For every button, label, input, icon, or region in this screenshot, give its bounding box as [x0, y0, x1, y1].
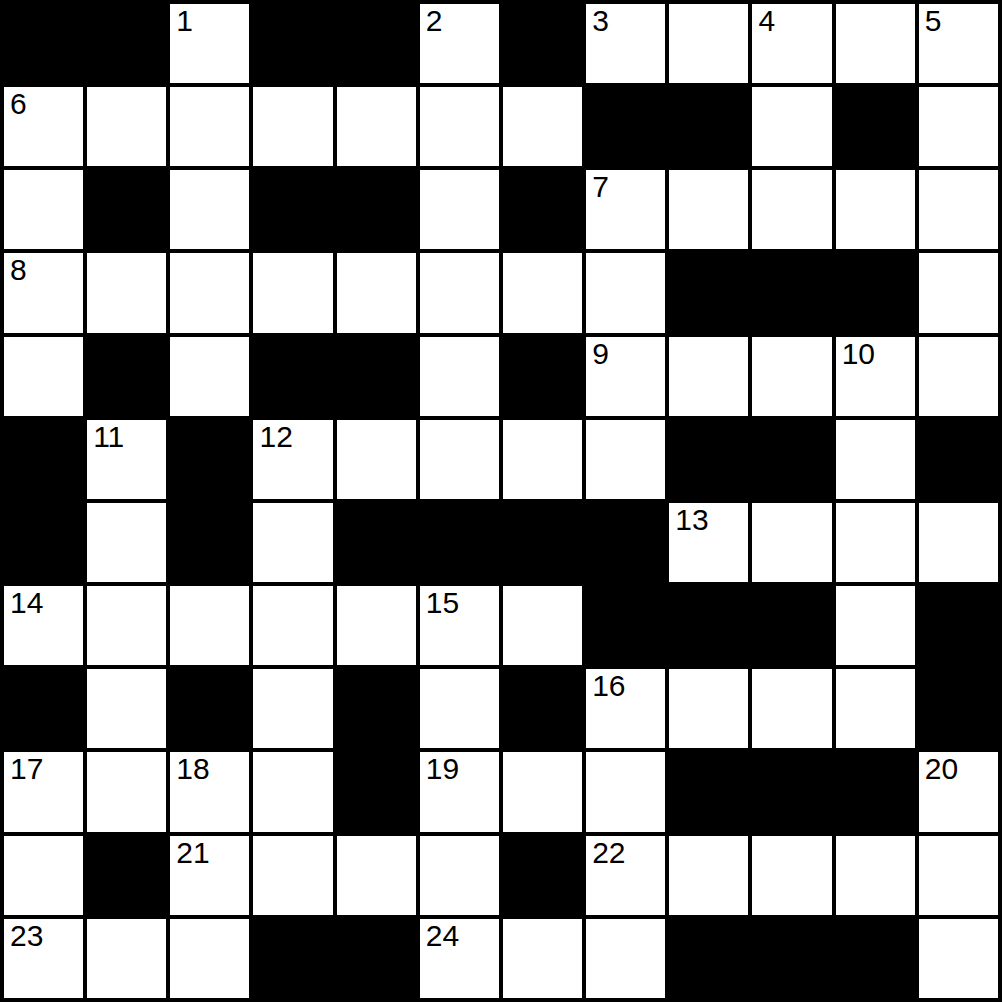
block-cell-r9c4: [337, 752, 416, 831]
block-cell-r0c4: [337, 4, 416, 83]
letter-cell-r10c0[interactable]: [4, 836, 83, 915]
letter-cell-r9c7[interactable]: [586, 752, 665, 831]
clue-number: 18: [176, 753, 209, 785]
clue-number: 20: [925, 753, 958, 785]
letter-cell-r6c9[interactable]: [752, 503, 831, 582]
letter-cell-r3c5[interactable]: [420, 253, 499, 332]
block-cell-r3c8: [669, 253, 748, 332]
letter-cell-r8c9[interactable]: [752, 669, 831, 748]
letter-cell-r9c3[interactable]: [253, 752, 332, 831]
letter-cell-r0c9[interactable]: 4: [752, 4, 831, 83]
letter-cell-r7c5[interactable]: 15: [420, 586, 499, 665]
block-cell-r8c2: [170, 669, 249, 748]
letter-cell-r11c2[interactable]: [170, 919, 249, 998]
letter-cell-r9c0[interactable]: 17: [4, 752, 83, 831]
block-cell-r0c6: [503, 4, 582, 83]
letter-cell-r6c11[interactable]: [919, 503, 998, 582]
letter-cell-r2c11[interactable]: [919, 170, 998, 249]
letter-cell-r11c6[interactable]: [503, 919, 582, 998]
letter-cell-r4c9[interactable]: [752, 337, 831, 416]
letter-cell-r10c11[interactable]: [919, 836, 998, 915]
letter-cell-r5c3[interactable]: 12: [253, 420, 332, 499]
clue-number: 11: [93, 421, 124, 453]
letter-cell-r1c0[interactable]: 6: [4, 87, 83, 166]
clue-number: 7: [592, 171, 609, 203]
letter-cell-r8c5[interactable]: [420, 669, 499, 748]
block-cell-r5c2: [170, 420, 249, 499]
letter-cell-r5c7[interactable]: [586, 420, 665, 499]
letter-cell-r11c5[interactable]: 24: [420, 919, 499, 998]
block-cell-r0c3: [253, 4, 332, 83]
letter-cell-r10c7[interactable]: 22: [586, 836, 665, 915]
letter-cell-r7c2[interactable]: [170, 586, 249, 665]
block-cell-r4c6: [503, 337, 582, 416]
clue-number: 24: [426, 920, 459, 952]
letter-cell-r9c5[interactable]: 19: [420, 752, 499, 831]
clue-number: 17: [10, 753, 43, 785]
block-cell-r1c7: [586, 87, 665, 166]
block-cell-r7c11: [919, 586, 998, 665]
block-cell-r5c9: [752, 420, 831, 499]
letter-cell-r3c1[interactable]: [87, 253, 166, 332]
block-cell-r1c10: [836, 87, 915, 166]
letter-cell-r0c7[interactable]: 3: [586, 4, 665, 83]
letter-cell-r4c5[interactable]: [420, 337, 499, 416]
letter-cell-r9c6[interactable]: [503, 752, 582, 831]
clue-number: 4: [758, 5, 775, 37]
clue-number: 21: [176, 837, 209, 869]
letter-cell-r8c8[interactable]: [669, 669, 748, 748]
letter-cell-r7c6[interactable]: [503, 586, 582, 665]
letter-cell-r9c1[interactable]: [87, 752, 166, 831]
block-cell-r2c6: [503, 170, 582, 249]
letter-cell-r3c7[interactable]: [586, 253, 665, 332]
letter-cell-r8c1[interactable]: [87, 669, 166, 748]
block-cell-r11c8: [669, 919, 748, 998]
block-cell-r9c10: [836, 752, 915, 831]
letter-cell-r4c8[interactable]: [669, 337, 748, 416]
letter-cell-r2c2[interactable]: [170, 170, 249, 249]
block-cell-r4c1: [87, 337, 166, 416]
letter-cell-r3c3[interactable]: [253, 253, 332, 332]
letter-cell-r8c3[interactable]: [253, 669, 332, 748]
letter-cell-r8c10[interactable]: [836, 669, 915, 748]
block-cell-r2c4: [337, 170, 416, 249]
block-cell-r6c7: [586, 503, 665, 582]
letter-cell-r10c8[interactable]: [669, 836, 748, 915]
letter-cell-r2c8[interactable]: [669, 170, 748, 249]
letter-cell-r1c6[interactable]: [503, 87, 582, 166]
clue-number: 2: [426, 5, 443, 37]
letter-cell-r6c3[interactable]: [253, 503, 332, 582]
block-cell-r5c0: [4, 420, 83, 499]
letter-cell-r4c10[interactable]: 10: [836, 337, 915, 416]
letter-cell-r6c1[interactable]: [87, 503, 166, 582]
clue-number: 12: [259, 421, 292, 453]
clue-number: 5: [925, 5, 942, 37]
block-cell-r0c0: [4, 4, 83, 83]
block-cell-r11c10: [836, 919, 915, 998]
block-cell-r6c0: [4, 503, 83, 582]
block-cell-r3c10: [836, 253, 915, 332]
clue-number: 19: [426, 753, 459, 785]
crossword-board: 123456789101112131415161718192021222324: [0, 0, 1002, 1002]
block-cell-r3c9: [752, 253, 831, 332]
letter-cell-r7c10[interactable]: [836, 586, 915, 665]
block-cell-r6c2: [170, 503, 249, 582]
letter-cell-r7c0[interactable]: 14: [4, 586, 83, 665]
clue-number: 13: [675, 504, 708, 536]
block-cell-r2c3: [253, 170, 332, 249]
letter-cell-r5c4[interactable]: [337, 420, 416, 499]
letter-cell-r7c4[interactable]: [337, 586, 416, 665]
clue-number: 1: [176, 5, 193, 37]
letter-cell-r0c5[interactable]: 2: [420, 4, 499, 83]
clue-number: 16: [592, 670, 625, 702]
letter-cell-r10c2[interactable]: 21: [170, 836, 249, 915]
clue-number: 15: [426, 587, 459, 619]
letter-cell-r2c0[interactable]: [4, 170, 83, 249]
block-cell-r7c7: [586, 586, 665, 665]
letter-cell-r6c8[interactable]: 13: [669, 503, 748, 582]
letter-cell-r3c11[interactable]: [919, 253, 998, 332]
block-cell-r10c1: [87, 836, 166, 915]
block-cell-r1c8: [669, 87, 748, 166]
letter-cell-r3c0[interactable]: 8: [4, 253, 83, 332]
clue-number: 10: [842, 338, 875, 370]
letter-cell-r1c4[interactable]: [337, 87, 416, 166]
letter-cell-r4c2[interactable]: [170, 337, 249, 416]
block-cell-r0c1: [87, 4, 166, 83]
block-cell-r8c6: [503, 669, 582, 748]
letter-cell-r4c7[interactable]: 9: [586, 337, 665, 416]
letter-cell-r11c7[interactable]: [586, 919, 665, 998]
block-cell-r9c9: [752, 752, 831, 831]
letter-cell-r1c3[interactable]: [253, 87, 332, 166]
block-cell-r8c11: [919, 669, 998, 748]
letter-cell-r6c10[interactable]: [836, 503, 915, 582]
clue-number: 14: [10, 587, 43, 619]
letter-cell-r1c1[interactable]: [87, 87, 166, 166]
block-cell-r11c3: [253, 919, 332, 998]
letter-cell-r4c0[interactable]: [4, 337, 83, 416]
block-cell-r9c8: [669, 752, 748, 831]
letter-cell-r5c5[interactable]: [420, 420, 499, 499]
block-cell-r7c8: [669, 586, 748, 665]
letter-cell-r1c9[interactable]: [752, 87, 831, 166]
letter-cell-r1c5[interactable]: [420, 87, 499, 166]
crossword-grid: 123456789101112131415161718192021222324: [0, 0, 1002, 1002]
clue-number: 3: [592, 5, 609, 37]
letter-cell-r2c5[interactable]: [420, 170, 499, 249]
block-cell-r5c8: [669, 420, 748, 499]
clue-number: 22: [592, 837, 625, 869]
clue-number: 9: [592, 338, 609, 370]
letter-cell-r11c11[interactable]: [919, 919, 998, 998]
clue-number: 23: [10, 920, 43, 952]
letter-cell-r3c2[interactable]: [170, 253, 249, 332]
block-cell-r11c4: [337, 919, 416, 998]
block-cell-r8c4: [337, 669, 416, 748]
block-cell-r5c11: [919, 420, 998, 499]
letter-cell-r0c2[interactable]: 1: [170, 4, 249, 83]
letter-cell-r10c5[interactable]: [420, 836, 499, 915]
letter-cell-r9c11[interactable]: 20: [919, 752, 998, 831]
block-cell-r6c5: [420, 503, 499, 582]
block-cell-r6c4: [337, 503, 416, 582]
letter-cell-r3c4[interactable]: [337, 253, 416, 332]
letter-cell-r1c11[interactable]: [919, 87, 998, 166]
letter-cell-r10c4[interactable]: [337, 836, 416, 915]
letter-cell-r10c3[interactable]: [253, 836, 332, 915]
letter-cell-r8c7[interactable]: 16: [586, 669, 665, 748]
letter-cell-r2c10[interactable]: [836, 170, 915, 249]
block-cell-r11c9: [752, 919, 831, 998]
block-cell-r8c0: [4, 669, 83, 748]
letter-cell-r11c0[interactable]: 23: [4, 919, 83, 998]
letter-cell-r5c1[interactable]: 11: [87, 420, 166, 499]
letter-cell-r0c10[interactable]: [836, 4, 915, 83]
letter-cell-r5c10[interactable]: [836, 420, 915, 499]
clue-number: 6: [10, 88, 27, 120]
block-cell-r2c1: [87, 170, 166, 249]
letter-cell-r5c6[interactable]: [503, 420, 582, 499]
block-cell-r7c9: [752, 586, 831, 665]
clue-number: 8: [10, 254, 27, 286]
letter-cell-r10c10[interactable]: [836, 836, 915, 915]
letter-cell-r0c11[interactable]: 5: [919, 4, 998, 83]
letter-cell-r0c8[interactable]: [669, 4, 748, 83]
letter-cell-r11c1[interactable]: [87, 919, 166, 998]
letter-cell-r9c2[interactable]: 18: [170, 752, 249, 831]
letter-cell-r1c2[interactable]: [170, 87, 249, 166]
letter-cell-r4c11[interactable]: [919, 337, 998, 416]
letter-cell-r7c1[interactable]: [87, 586, 166, 665]
block-cell-r6c6: [503, 503, 582, 582]
letter-cell-r2c7[interactable]: 7: [586, 170, 665, 249]
block-cell-r4c4: [337, 337, 416, 416]
letter-cell-r2c9[interactable]: [752, 170, 831, 249]
letter-cell-r10c9[interactable]: [752, 836, 831, 915]
block-cell-r4c3: [253, 337, 332, 416]
letter-cell-r7c3[interactable]: [253, 586, 332, 665]
letter-cell-r3c6[interactable]: [503, 253, 582, 332]
block-cell-r10c6: [503, 836, 582, 915]
